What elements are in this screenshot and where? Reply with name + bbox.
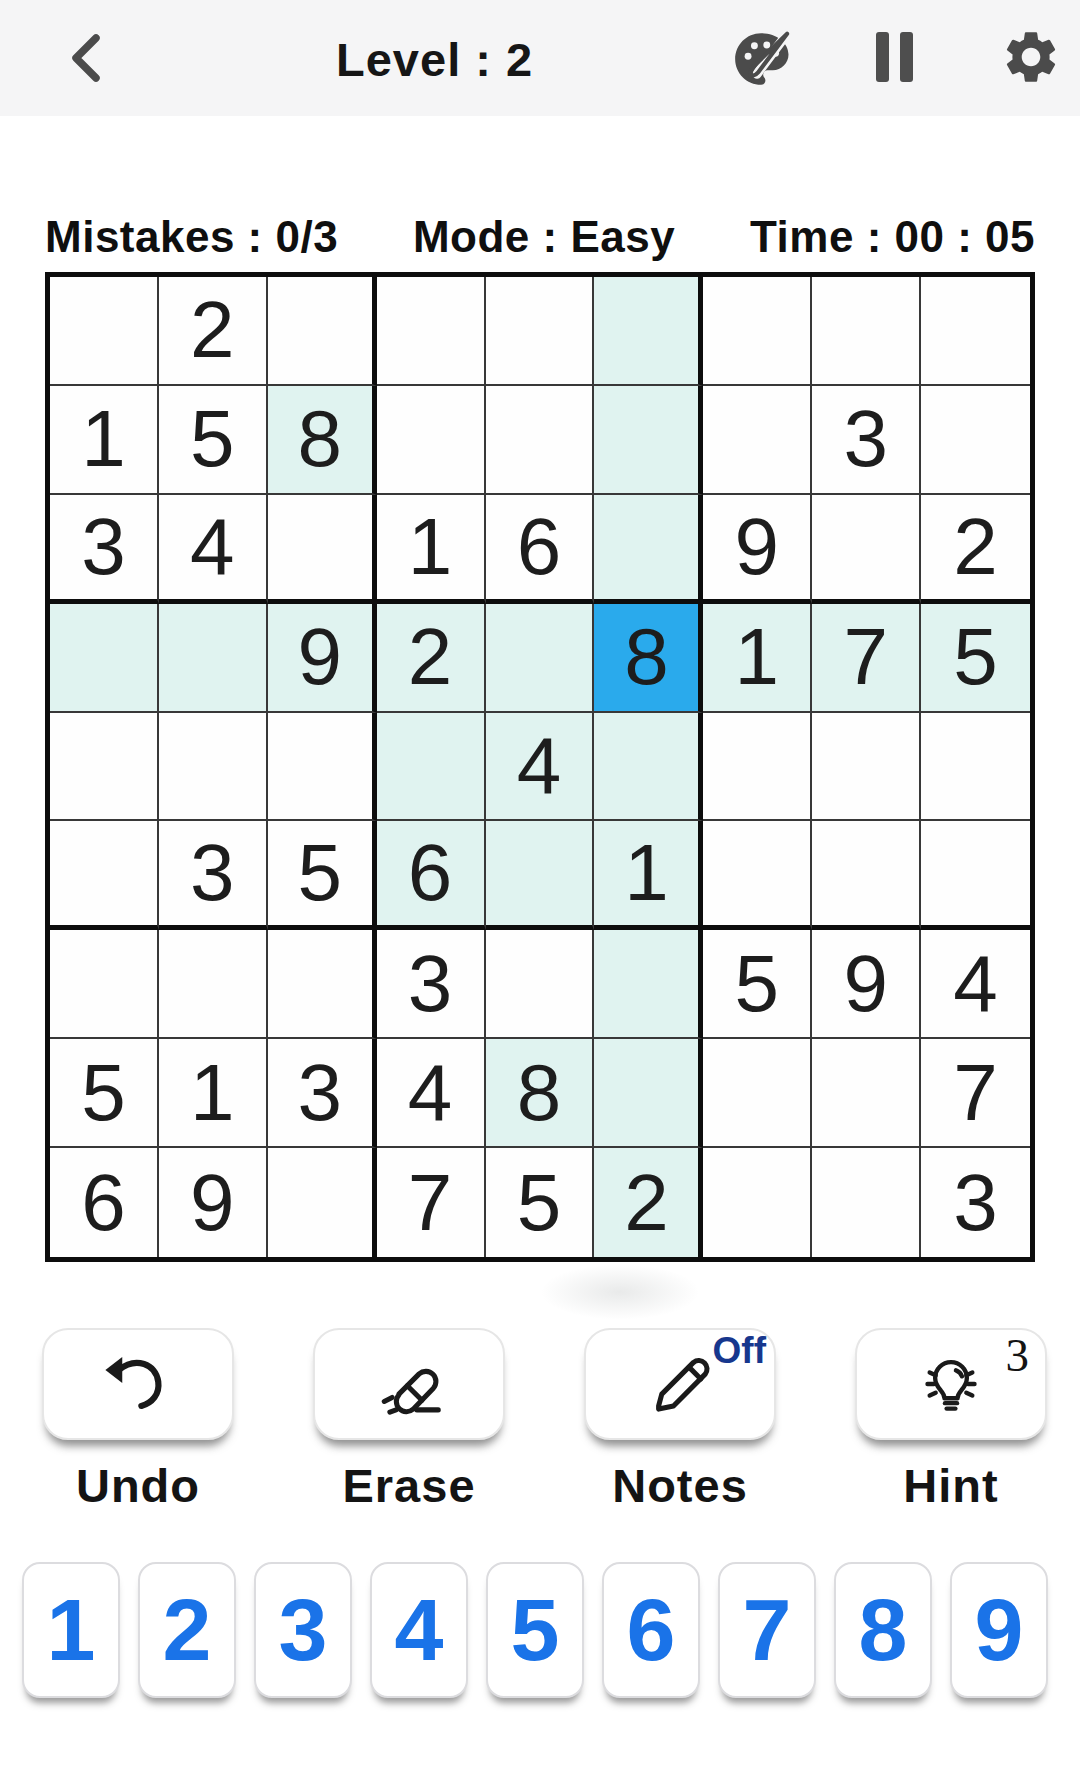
cell-r8c2[interactable]: 1: [159, 1039, 268, 1148]
cell-r5c2[interactable]: [159, 713, 268, 822]
cell-r7c5[interactable]: [486, 930, 595, 1039]
cell-r9c1[interactable]: 6: [50, 1148, 159, 1257]
undo-icon: [102, 1348, 174, 1420]
cell-r4c3[interactable]: 9: [268, 604, 377, 713]
notes-label: Notes: [612, 1458, 748, 1513]
numpad-key-8[interactable]: 8: [834, 1562, 932, 1698]
mistakes-label: Mistakes : 0/3: [45, 212, 338, 262]
cell-r3c1[interactable]: 3: [50, 495, 159, 604]
cell-r1c3[interactable]: [268, 277, 377, 386]
tap-shadow-artifact: [540, 1264, 700, 1320]
back-icon[interactable]: [62, 30, 118, 86]
cell-r9c9[interactable]: 3: [921, 1148, 1030, 1257]
cell-r5c1[interactable]: [50, 713, 159, 822]
cell-r7c3[interactable]: [268, 930, 377, 1039]
notes-off-badge: Off: [713, 1330, 766, 1372]
cell-r1c5[interactable]: [486, 277, 595, 386]
cell-r3c2[interactable]: 4: [159, 495, 268, 604]
cell-r1c9[interactable]: [921, 277, 1030, 386]
status-row: Mistakes : 0/3 Mode : Easy Time : 00 : 0…: [45, 212, 1035, 262]
cell-r7c4[interactable]: 3: [377, 930, 486, 1039]
numpad-key-4[interactable]: 4: [370, 1562, 468, 1698]
cell-r2c5[interactable]: [486, 386, 595, 495]
cell-r3c6[interactable]: [594, 495, 703, 604]
cell-r2c2[interactable]: 5: [159, 386, 268, 495]
cell-r4c7[interactable]: 1: [703, 604, 812, 713]
cell-r8c5[interactable]: 8: [486, 1039, 595, 1148]
cell-r5c5[interactable]: 4: [486, 713, 595, 822]
cell-r2c7[interactable]: [703, 386, 812, 495]
cell-r7c8[interactable]: 9: [812, 930, 921, 1039]
top-bar: Level : 2: [0, 0, 1080, 116]
cell-r4c5[interactable]: [486, 604, 595, 713]
cell-r6c3[interactable]: 5: [268, 821, 377, 930]
cell-r4c6[interactable]: 8: [594, 604, 703, 713]
cell-r2c4[interactable]: [377, 386, 486, 495]
cell-r6c9[interactable]: [921, 821, 1030, 930]
lightbulb-icon: [916, 1349, 986, 1419]
cell-r3c3[interactable]: [268, 495, 377, 604]
cell-r4c8[interactable]: 7: [812, 604, 921, 713]
hint-button[interactable]: 3: [855, 1328, 1047, 1440]
cell-r4c9[interactable]: 5: [921, 604, 1030, 713]
pause-bar: [876, 32, 889, 82]
cell-r7c1[interactable]: [50, 930, 159, 1039]
level-title: Level : 2: [336, 32, 533, 87]
numpad-key-9[interactable]: 9: [950, 1562, 1048, 1698]
numpad-key-6[interactable]: 6: [602, 1562, 700, 1698]
cell-r2c9[interactable]: [921, 386, 1030, 495]
cell-r3c5[interactable]: 6: [486, 495, 595, 604]
cell-r6c8[interactable]: [812, 821, 921, 930]
cell-r3c8[interactable]: [812, 495, 921, 604]
cell-r2c1[interactable]: 1: [50, 386, 159, 495]
cell-r6c7[interactable]: [703, 821, 812, 930]
cell-r9c3[interactable]: [268, 1148, 377, 1257]
cell-r3c9[interactable]: 2: [921, 495, 1030, 604]
cell-r1c7[interactable]: [703, 277, 812, 386]
cell-r6c2[interactable]: 3: [159, 821, 268, 930]
cell-r6c5[interactable]: [486, 821, 595, 930]
cell-r1c6[interactable]: [594, 277, 703, 386]
cell-r1c2[interactable]: 2: [159, 277, 268, 386]
cell-r5c6[interactable]: [594, 713, 703, 822]
eraser-icon: [373, 1348, 445, 1420]
hint-label: Hint: [903, 1458, 998, 1513]
numpad-key-3[interactable]: 3: [254, 1562, 352, 1698]
cell-r2c6[interactable]: [594, 386, 703, 495]
cell-r7c7[interactable]: 5: [703, 930, 812, 1039]
cell-r9c2[interactable]: 9: [159, 1148, 268, 1257]
cell-r4c1[interactable]: [50, 604, 159, 713]
erase-label: Erase: [342, 1458, 475, 1513]
cell-r1c8[interactable]: [812, 277, 921, 386]
numpad-key-2[interactable]: 2: [138, 1562, 236, 1698]
cell-r8c9[interactable]: 7: [921, 1039, 1030, 1148]
cell-r8c4[interactable]: 4: [377, 1039, 486, 1148]
cell-r9c4[interactable]: 7: [377, 1148, 486, 1257]
theme-palette-icon[interactable]: [728, 26, 794, 92]
cell-r7c6[interactable]: [594, 930, 703, 1039]
cell-r8c1[interactable]: 5: [50, 1039, 159, 1148]
undo-button[interactable]: [42, 1328, 234, 1440]
pause-bar: [900, 32, 913, 82]
hint-count-badge: 3: [1006, 1328, 1030, 1382]
time-label: Time : 00 : 05: [750, 212, 1035, 262]
erase-button[interactable]: [313, 1328, 505, 1440]
mode-label: Mode : Easy: [413, 212, 675, 262]
cell-r9c8[interactable]: [812, 1148, 921, 1257]
cell-r7c2[interactable]: [159, 930, 268, 1039]
cell-r7c9[interactable]: 4: [921, 930, 1030, 1039]
cell-r5c9[interactable]: [921, 713, 1030, 822]
cell-r6c4[interactable]: 6: [377, 821, 486, 930]
cell-r8c6[interactable]: [594, 1039, 703, 1148]
cell-r5c7[interactable]: [703, 713, 812, 822]
numpad-key-5[interactable]: 5: [486, 1562, 584, 1698]
sudoku-grid: 21583341692928175435613594513487697523: [45, 272, 1035, 1262]
cell-r1c1[interactable]: [50, 277, 159, 386]
cell-r9c7[interactable]: [703, 1148, 812, 1257]
cell-r8c3[interactable]: 3: [268, 1039, 377, 1148]
cell-r5c4[interactable]: [377, 713, 486, 822]
cell-r4c4[interactable]: 2: [377, 604, 486, 713]
cell-r8c7[interactable]: [703, 1039, 812, 1148]
cell-r9c5[interactable]: 5: [486, 1148, 595, 1257]
cell-r4c2[interactable]: [159, 604, 268, 713]
cell-r2c3[interactable]: 8: [268, 386, 377, 495]
cell-r5c8[interactable]: [812, 713, 921, 822]
cell-r3c4[interactable]: 1: [377, 495, 486, 604]
cell-r1c4[interactable]: [377, 277, 486, 386]
cell-r3c7[interactable]: 9: [703, 495, 812, 604]
pencil-icon: [644, 1348, 716, 1420]
action-buttons-row: Undo Erase Off: [42, 1328, 1047, 1513]
cell-r6c1[interactable]: [50, 821, 159, 930]
cell-r8c8[interactable]: [812, 1039, 921, 1148]
cell-r2c8[interactable]: 3: [812, 386, 921, 495]
cell-r9c6[interactable]: 2: [594, 1148, 703, 1257]
numpad-key-7[interactable]: 7: [718, 1562, 816, 1698]
cell-r5c3[interactable]: [268, 713, 377, 822]
numpad-key-1[interactable]: 1: [22, 1562, 120, 1698]
undo-label: Undo: [76, 1458, 200, 1513]
settings-gear-icon[interactable]: [1000, 26, 1062, 88]
pause-icon[interactable]: [868, 32, 920, 84]
numpad-row: 123456789: [22, 1562, 1048, 1698]
notes-button[interactable]: Off: [584, 1328, 776, 1440]
cell-r6c6[interactable]: 1: [594, 821, 703, 930]
